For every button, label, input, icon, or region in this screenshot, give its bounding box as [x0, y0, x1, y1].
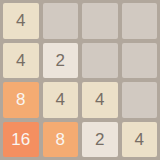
empty-cell	[43, 3, 79, 39]
tile-8: 8	[3, 82, 39, 118]
tile-2: 2	[82, 122, 118, 158]
tile-4: 4	[82, 82, 118, 118]
empty-cell	[122, 43, 158, 79]
tile-4: 4	[3, 43, 39, 79]
tile-2: 2	[43, 43, 79, 79]
tile-4: 4	[43, 82, 79, 118]
tile-4: 4	[122, 122, 158, 158]
empty-cell	[122, 82, 158, 118]
empty-cell	[82, 3, 118, 39]
empty-cell	[122, 3, 158, 39]
tile-8: 8	[43, 122, 79, 158]
2048-board[interactable]: 44284416824	[0, 0, 160, 160]
empty-cell	[82, 43, 118, 79]
tile-4: 4	[3, 3, 39, 39]
tile-16: 16	[3, 122, 39, 158]
